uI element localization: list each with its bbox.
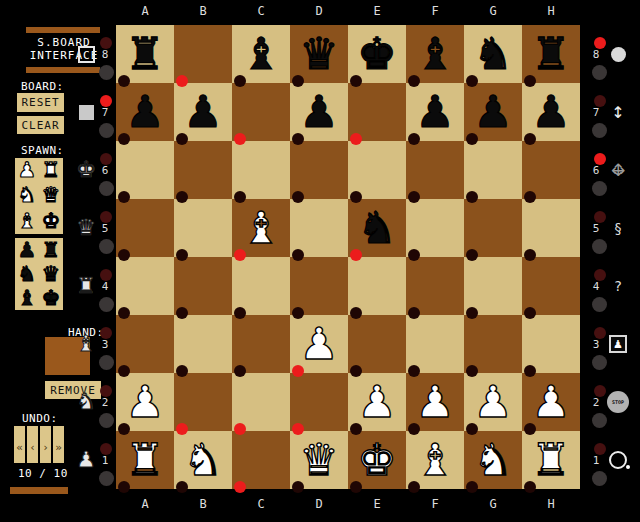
square-b6[interactable] <box>174 141 232 199</box>
red-indicator-left-3 <box>100 327 112 339</box>
square-marker-dot <box>118 249 130 261</box>
square-marker-dot <box>408 423 420 435</box>
spawn-black-bishop[interactable]: ♝ <box>15 286 39 310</box>
square-c1[interactable] <box>232 431 290 489</box>
red-marker-dot <box>292 365 304 377</box>
square-marker-dot <box>524 423 536 435</box>
red-indicator-left-4 <box>100 269 112 281</box>
pawn-icon[interactable]: ♟ <box>76 449 96 471</box>
square-e4[interactable] <box>348 257 406 315</box>
red-indicator-left-8 <box>100 37 112 49</box>
spawn-black-knight[interactable]: ♞ <box>15 262 39 286</box>
square-e8[interactable]: ♚ <box>348 25 406 83</box>
spawn-white-bishop[interactable]: ♝ <box>15 209 39 234</box>
square-a5[interactable] <box>116 199 174 257</box>
square-d6[interactable] <box>290 141 348 199</box>
square-d1[interactable]: ♛ <box>290 431 348 489</box>
square-marker-dot <box>466 133 478 145</box>
red-marker-dot <box>350 249 362 261</box>
spawn-white-pawn[interactable]: ♟ <box>15 158 39 183</box>
square-marker-dot <box>524 191 536 203</box>
square-h4[interactable] <box>522 257 580 315</box>
square-marker-dot <box>176 191 188 203</box>
file-label-f: F <box>406 4 464 18</box>
file-label-c: C <box>232 4 290 18</box>
square-g8[interactable]: ♞ <box>464 25 522 83</box>
accent-bar-top <box>26 27 100 33</box>
square-marker-dot <box>408 365 420 377</box>
square-f4[interactable] <box>406 257 464 315</box>
redo-button[interactable]: › <box>40 426 51 463</box>
square-marker-dot <box>466 191 478 203</box>
file-labels-top: ABCDEFGH <box>116 4 580 18</box>
file-label-h: H <box>522 497 580 511</box>
square-c6[interactable] <box>232 141 290 199</box>
square-marker-dot <box>176 365 188 377</box>
square-marker-dot <box>118 365 130 377</box>
vertical-arrow: ↕ <box>608 160 628 180</box>
clear-button[interactable]: CLEAR <box>17 116 64 134</box>
square-c7[interactable] <box>232 83 290 141</box>
square-marker-dot <box>524 365 536 377</box>
gray-indicator-left-7 <box>99 123 114 138</box>
spawn-white-knight[interactable]: ♞ <box>15 183 39 208</box>
square-marker-dot <box>466 307 478 319</box>
square-d8[interactable]: ♛ <box>290 25 348 83</box>
square-d5[interactable] <box>290 199 348 257</box>
square-marker-dot <box>176 249 188 261</box>
square-marker-dot <box>524 307 536 319</box>
square-c5[interactable]: ♝ <box>232 199 290 257</box>
square-f8[interactable]: ♝ <box>406 25 464 83</box>
square-b4[interactable] <box>174 257 232 315</box>
spawn-palette-white: ♟♜♞♛♝♚ <box>15 158 63 234</box>
square-e6[interactable] <box>348 141 406 199</box>
square-marker-dot <box>466 249 478 261</box>
gray-indicator-left-3 <box>99 355 114 370</box>
spawn-white-king[interactable]: ♚ <box>39 209 63 234</box>
square-marker-dot <box>292 481 304 493</box>
square-marker-dot <box>234 191 246 203</box>
square-g6[interactable] <box>464 141 522 199</box>
spawn-section-label: SPAWN: <box>21 144 64 157</box>
square-marker-dot <box>408 133 420 145</box>
square-marker-dot <box>350 307 362 319</box>
square-marker-dot <box>118 75 130 87</box>
undo-all-button[interactable]: « <box>14 426 25 463</box>
spawn-black-pawn[interactable]: ♟ <box>15 238 39 262</box>
square-f3[interactable] <box>406 315 464 373</box>
square-marker-dot <box>524 481 536 493</box>
square-marker-dot <box>176 481 188 493</box>
knight-icon[interactable]: ♞ <box>76 391 96 413</box>
move-arrows-icon[interactable]: ↔↕ <box>608 160 628 180</box>
gray-indicator-left-1 <box>99 471 114 486</box>
square-e2[interactable]: ♟ <box>348 373 406 431</box>
square-g2[interactable]: ♟ <box>464 373 522 431</box>
square-f5[interactable] <box>406 199 464 257</box>
square-h8[interactable]: ♜ <box>522 25 580 83</box>
empty-square-icon[interactable] <box>78 46 95 63</box>
file-label-e: E <box>348 4 406 18</box>
square-marker-dot <box>118 133 130 145</box>
square-h1[interactable]: ♜ <box>522 431 580 489</box>
square-marker-dot <box>350 75 362 87</box>
square-h2[interactable]: ♟ <box>522 373 580 431</box>
square-a3[interactable] <box>116 315 174 373</box>
square-marker-dot <box>350 191 362 203</box>
filled-square-icon[interactable] <box>79 105 94 120</box>
red-marker-dot <box>176 423 188 435</box>
square-b3[interactable] <box>174 315 232 373</box>
square-marker-dot <box>176 133 188 145</box>
undo-button[interactable]: ‹ <box>27 426 38 463</box>
square-marker-dot <box>408 307 420 319</box>
square-a1[interactable]: ♜ <box>116 431 174 489</box>
square-marker-dot <box>292 191 304 203</box>
red-indicator-left-6 <box>100 153 112 165</box>
file-label-a: A <box>116 4 174 18</box>
section-sign-icon[interactable]: § <box>614 220 622 236</box>
square-marker-dot <box>292 75 304 87</box>
sandbox-board-app: S.BOARD INTERFACE BOARD: RESET CLEAR SPA… <box>0 0 640 522</box>
spawn-white-rook[interactable]: ♜ <box>39 158 63 183</box>
undo-button-group: «‹›» <box>14 426 66 463</box>
square-h7[interactable]: ♟ <box>522 83 580 141</box>
boxed-pawn-icon[interactable]: ♟ <box>609 335 627 353</box>
square-marker-dot <box>118 191 130 203</box>
undo-section-label: UNDO: <box>22 412 58 425</box>
rook-icon[interactable]: ♜ <box>76 275 96 297</box>
gray-indicator-left-2 <box>99 413 114 428</box>
bishop-icon[interactable]: ♝ <box>76 333 96 355</box>
square-marker-dot <box>408 249 420 261</box>
square-marker-dot <box>118 481 130 493</box>
square-a7[interactable]: ♟ <box>116 83 174 141</box>
file-label-e: E <box>348 497 406 511</box>
square-d3[interactable]: ♟ <box>290 315 348 373</box>
pawn-glyph: ♟ <box>613 339 623 350</box>
square-marker-dot <box>292 133 304 145</box>
file-label-f: F <box>406 497 464 511</box>
king-icon[interactable]: ♚ <box>76 159 96 181</box>
square-marker-dot <box>234 75 246 87</box>
square-b2[interactable] <box>174 373 232 431</box>
file-label-b: B <box>174 4 232 18</box>
square-e3[interactable] <box>348 315 406 373</box>
square-g7[interactable]: ♟ <box>464 83 522 141</box>
square-marker-dot <box>408 75 420 87</box>
circle-dot-icon[interactable] <box>609 451 627 469</box>
square-marker-dot <box>176 307 188 319</box>
square-h6[interactable] <box>522 141 580 199</box>
red-indicator-left-7 <box>100 95 112 107</box>
square-marker-dot <box>234 365 246 377</box>
square-marker-dot <box>350 481 362 493</box>
square-b8[interactable] <box>174 25 232 83</box>
file-label-d: D <box>290 4 348 18</box>
filled-circle-icon[interactable] <box>611 47 626 62</box>
spawn-black-king[interactable]: ♚ <box>39 286 63 310</box>
square-b1[interactable]: ♞ <box>174 431 232 489</box>
square-f2[interactable]: ♟ <box>406 373 464 431</box>
updown-arrow-icon[interactable]: ↕ <box>611 103 624 122</box>
square-a4[interactable] <box>116 257 174 315</box>
red-indicator-left-5 <box>100 211 112 223</box>
square-h3[interactable] <box>522 315 580 373</box>
square-marker-dot <box>524 249 536 261</box>
square-f6[interactable] <box>406 141 464 199</box>
square-marker-dot <box>466 481 478 493</box>
small-dot <box>626 465 630 469</box>
square-marker-dot <box>234 307 246 319</box>
gray-indicator-left-6 <box>99 181 114 196</box>
queen-icon[interactable]: ♛ <box>76 217 96 239</box>
square-marker-dot <box>466 365 478 377</box>
square-marker-dot <box>292 307 304 319</box>
square-g3[interactable] <box>464 315 522 373</box>
square-marker-dot <box>466 423 478 435</box>
red-marker-dot <box>234 249 246 261</box>
square-f7[interactable]: ♟ <box>406 83 464 141</box>
square-e5[interactable]: ♞ <box>348 199 406 257</box>
red-marker-dot <box>234 423 246 435</box>
red-marker-dot <box>350 133 362 145</box>
square-e7[interactable] <box>348 83 406 141</box>
red-marker-dot <box>234 133 246 145</box>
accent-bar-title-bottom <box>26 67 100 73</box>
red-indicator-left-2 <box>100 385 112 397</box>
undo-counter: 10 / 10 <box>18 467 68 480</box>
stop-button[interactable]: STOP <box>607 391 629 413</box>
square-marker-dot <box>524 75 536 87</box>
square-h5[interactable] <box>522 199 580 257</box>
square-d4[interactable] <box>290 257 348 315</box>
square-marker-dot <box>466 75 478 87</box>
square-g5[interactable] <box>464 199 522 257</box>
board-section-label: BOARD: <box>21 80 64 93</box>
square-marker-dot <box>350 423 362 435</box>
square-f1[interactable]: ♝ <box>406 431 464 489</box>
accent-bar-bottom <box>10 487 68 494</box>
square-c3[interactable] <box>232 315 290 373</box>
square-b5[interactable] <box>174 199 232 257</box>
square-c2[interactable] <box>232 373 290 431</box>
gray-indicator-left-4 <box>99 297 114 312</box>
file-label-h: H <box>522 4 580 18</box>
file-label-a: A <box>116 497 174 511</box>
spawn-black-queen[interactable]: ♛ <box>39 262 63 286</box>
square-d7[interactable]: ♟ <box>290 83 348 141</box>
square-d2[interactable] <box>290 373 348 431</box>
reset-button[interactable]: RESET <box>17 93 64 112</box>
square-e1[interactable]: ♚ <box>348 431 406 489</box>
redo-all-button[interactable]: » <box>53 426 64 463</box>
file-labels-bottom: ABCDEFGH <box>116 497 580 511</box>
square-marker-dot <box>350 365 362 377</box>
square-marker-dot <box>524 133 536 145</box>
square-c8[interactable]: ♝ <box>232 25 290 83</box>
red-marker-dot <box>234 481 246 493</box>
red-marker-dot <box>176 75 188 87</box>
question-mark-icon[interactable]: ? <box>614 278 622 294</box>
square-b7[interactable]: ♟ <box>174 83 232 141</box>
gray-indicator-left-5 <box>99 239 114 254</box>
square-marker-dot <box>408 191 420 203</box>
file-label-c: C <box>232 497 290 511</box>
square-marker-dot <box>408 481 420 493</box>
square-a8[interactable]: ♜ <box>116 25 174 83</box>
gray-indicator-left-8 <box>99 65 114 80</box>
square-a2[interactable]: ♟ <box>116 373 174 431</box>
square-c4[interactable] <box>232 257 290 315</box>
spawn-white-queen[interactable]: ♛ <box>39 183 63 208</box>
square-marker-dot <box>118 423 130 435</box>
red-marker-dot <box>292 423 304 435</box>
red-indicator-left-1 <box>100 443 112 455</box>
file-label-b: B <box>174 497 232 511</box>
spawn-palette-black: ♟♜♞♛♝♚ <box>15 238 63 310</box>
square-marker-dot <box>118 307 130 319</box>
square-g1[interactable]: ♞ <box>464 431 522 489</box>
file-label-d: D <box>290 497 348 511</box>
square-a6[interactable] <box>116 141 174 199</box>
spawn-black-rook[interactable]: ♜ <box>39 238 63 262</box>
file-label-g: G <box>464 497 522 511</box>
chess-board: ♜♝♛♚♝♞♜♟♟♟♟♟♟♝♞♟♟♟♟♟♟♜♞♛♚♝♞♜ <box>116 25 580 489</box>
square-marker-dot <box>292 249 304 261</box>
square-g4[interactable] <box>464 257 522 315</box>
file-label-g: G <box>464 4 522 18</box>
